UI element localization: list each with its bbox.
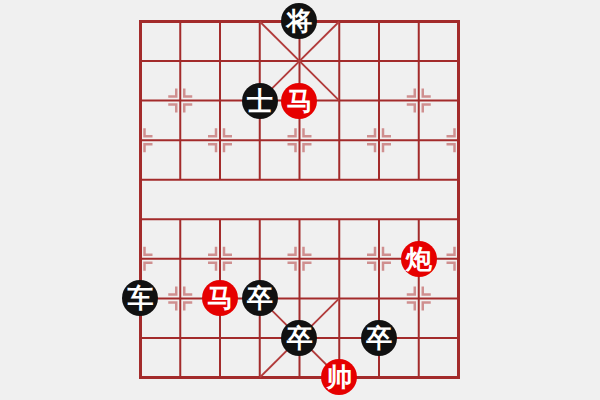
piece-black-chariot[interactable]: 车 [122, 280, 158, 316]
piece-black-soldier-1[interactable]: 卒 [242, 280, 278, 316]
piece-black-soldier-2[interactable]: 卒 [281, 320, 317, 356]
piece-red-horse-1[interactable]: 马 [281, 83, 317, 119]
piece-layer: 将士马炮车马卒卒卒帅 [121, 2, 479, 397]
xiangqi-app: 将士马炮车马卒卒卒帅 [0, 0, 600, 400]
piece-red-cannon[interactable]: 炮 [401, 241, 437, 277]
piece-black-soldier-3[interactable]: 卒 [361, 320, 397, 356]
piece-red-horse-2[interactable]: 马 [202, 280, 238, 316]
piece-black-advisor[interactable]: 士 [242, 83, 278, 119]
piece-red-general[interactable]: 帅 [321, 359, 357, 395]
piece-black-general[interactable]: 将 [281, 3, 317, 39]
